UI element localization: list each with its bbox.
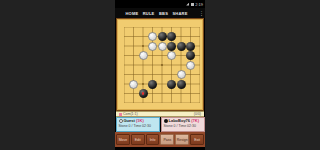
menu-bar: HOMERULEBBSSHARE ⋮ bbox=[115, 8, 205, 18]
menu-items: HOMERULEBBSSHARE bbox=[115, 11, 198, 16]
black-stone bbox=[158, 32, 167, 41]
edit-button[interactable]: Edit bbox=[131, 134, 145, 145]
black-stone bbox=[177, 42, 186, 51]
white-stone bbox=[139, 51, 148, 60]
white-stone bbox=[186, 61, 195, 70]
black-stone bbox=[167, 42, 176, 51]
menu-item-home[interactable]: HOME bbox=[125, 11, 138, 16]
black-stone bbox=[186, 51, 195, 60]
bottom-nav-strip bbox=[115, 147, 205, 150]
menu-item-bbs[interactable]: BBS bbox=[159, 11, 168, 16]
info-right: (0/0) bbox=[194, 112, 201, 116]
action-toolbar: MoveEditInfoPassResignExit bbox=[115, 132, 205, 147]
white-player-rank: (1K) bbox=[136, 119, 144, 123]
menu-item-rule[interactable]: RULE bbox=[143, 11, 155, 16]
white-stone bbox=[177, 70, 186, 79]
white-stone bbox=[158, 42, 167, 51]
white-stone-icon bbox=[119, 119, 123, 123]
black-stone bbox=[186, 42, 195, 51]
player-panel-white: Guest (1K) Stone 0 / Time 02:30 bbox=[116, 117, 160, 132]
black-player-stats: Stone 0 / Time 02:30 bbox=[164, 124, 202, 128]
pass-button[interactable]: Pass bbox=[160, 134, 174, 145]
black-stone bbox=[177, 80, 186, 89]
go-board[interactable] bbox=[116, 18, 204, 111]
clock-text: 2:19 bbox=[195, 2, 203, 7]
black-player-rank: (7K) bbox=[191, 119, 199, 123]
info-left: Com(1:1) bbox=[119, 112, 138, 116]
white-stone bbox=[148, 42, 157, 51]
battery-icon bbox=[191, 3, 194, 6]
exit-button[interactable]: Exit bbox=[190, 134, 204, 145]
move-button[interactable]: Move bbox=[116, 134, 130, 145]
black-stone bbox=[167, 32, 176, 41]
status-bar: 2:19 bbox=[115, 0, 205, 8]
app-screen: 2:19 HOMERULEBBSSHARE ⋮ Com(1:1) (0/0) G… bbox=[115, 0, 205, 150]
white-stone bbox=[129, 80, 138, 89]
info-button[interactable]: Info bbox=[146, 134, 160, 145]
last-move-marker bbox=[142, 92, 145, 95]
black-stone bbox=[167, 80, 176, 89]
player-panel-black: LaboBoy76 (7K) Stone 0 / Time 02:30 bbox=[161, 117, 205, 132]
black-stone-icon bbox=[164, 119, 168, 123]
chat-icon bbox=[119, 113, 122, 116]
overflow-menu-icon[interactable]: ⋮ bbox=[198, 10, 205, 16]
player-panels: Guest (1K) Stone 0 / Time 02:30 LaboBoy7… bbox=[115, 117, 205, 132]
stones-layer bbox=[124, 27, 200, 103]
black-stone bbox=[139, 89, 148, 98]
white-stone bbox=[148, 32, 157, 41]
resign-button[interactable]: Resign bbox=[175, 134, 189, 145]
black-stone bbox=[148, 80, 157, 89]
white-player-stats: Stone 0 / Time 02:30 bbox=[119, 124, 157, 128]
menu-item-share[interactable]: SHARE bbox=[173, 11, 188, 16]
signal-icon bbox=[186, 3, 189, 6]
white-stone bbox=[167, 51, 176, 60]
